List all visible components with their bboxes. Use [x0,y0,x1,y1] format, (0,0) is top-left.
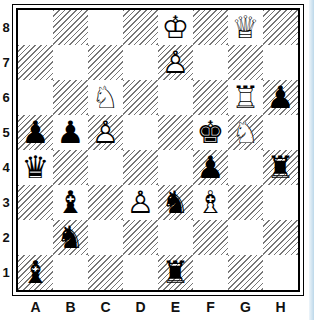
board-frame: ♚♔♛♕♟♙♞♘♜♖♟♟♟♟♙♚♞♘♛♟♜♝♟♙♞♝♗♞♝♜ [12,4,304,296]
square-c3 [88,185,123,220]
piece-white-pawn: ♟♙ [123,185,158,220]
piece-white-king: ♚♔ [158,10,193,45]
square-a8 [18,10,53,45]
square-g8: ♛♕ [228,10,263,45]
square-g7 [228,45,263,80]
square-d4 [123,150,158,185]
square-b5: ♟ [53,115,88,150]
square-c4 [88,150,123,185]
square-h2 [263,220,298,255]
piece-white-knight: ♞♘ [228,115,263,150]
piece-white-rook: ♜♖ [228,80,263,115]
file-label-c: C [88,299,123,316]
square-f3: ♝♗ [193,185,228,220]
square-b2: ♞ [53,220,88,255]
rank-label-7: 7 [0,45,12,80]
square-d7 [123,45,158,80]
piece-white-bishop: ♝♗ [193,185,228,220]
square-e4 [158,150,193,185]
piece-black-queen: ♛ [18,150,53,185]
rank-label-8: 8 [0,10,12,45]
rank-label-2: 2 [0,220,12,255]
square-h8 [263,10,298,45]
piece-black-pawn: ♟ [53,115,88,150]
square-h1 [263,255,298,290]
file-label-e: E [158,299,193,316]
piece-black-rook: ♜ [263,150,298,185]
square-c1 [88,255,123,290]
square-f7 [193,45,228,80]
file-label-h: H [263,299,298,316]
piece-black-knight: ♞ [158,185,193,220]
square-d2 [123,220,158,255]
square-a7 [18,45,53,80]
piece-white-queen: ♛♕ [228,10,263,45]
square-e6 [158,80,193,115]
square-f1 [193,255,228,290]
square-c8 [88,10,123,45]
square-c6: ♞♘ [88,80,123,115]
square-b3: ♝ [53,185,88,220]
piece-black-bishop: ♝ [18,255,53,290]
square-a4: ♛ [18,150,53,185]
square-d3: ♟♙ [123,185,158,220]
square-e8: ♚♔ [158,10,193,45]
piece-black-bishop: ♝ [53,185,88,220]
square-b7 [53,45,88,80]
square-g4 [228,150,263,185]
file-label-b: B [53,299,88,316]
file-label-f: F [193,299,228,316]
square-g1 [228,255,263,290]
piece-black-pawn: ♟ [18,115,53,150]
square-a3 [18,185,53,220]
square-e3: ♞ [158,185,193,220]
square-f4: ♟ [193,150,228,185]
square-f5: ♚ [193,115,228,150]
square-g2 [228,220,263,255]
square-b8 [53,10,88,45]
piece-black-king: ♚ [193,115,228,150]
piece-black-knight: ♞ [53,220,88,255]
square-e2 [158,220,193,255]
rank-label-3: 3 [0,185,12,220]
rank-label-4: 4 [0,150,12,185]
square-h6: ♟ [263,80,298,115]
square-f8 [193,10,228,45]
square-b1 [53,255,88,290]
square-d1 [123,255,158,290]
square-d8 [123,10,158,45]
square-h5 [263,115,298,150]
file-labels: A B C D E F G H [18,299,298,316]
square-h4: ♜ [263,150,298,185]
page-edge-tint [309,0,314,320]
square-f6 [193,80,228,115]
piece-black-pawn: ♟ [263,80,298,115]
square-f2 [193,220,228,255]
square-a6 [18,80,53,115]
square-e7: ♟♙ [158,45,193,80]
square-g6: ♜♖ [228,80,263,115]
piece-white-knight: ♞♘ [88,80,123,115]
square-e5 [158,115,193,150]
square-g5: ♞♘ [228,115,263,150]
piece-white-pawn: ♟♙ [88,115,123,150]
file-label-g: G [228,299,263,316]
square-a2 [18,220,53,255]
square-a5: ♟ [18,115,53,150]
file-label-d: D [123,299,158,316]
square-e1: ♜ [158,255,193,290]
square-g3 [228,185,263,220]
piece-black-rook: ♜ [158,255,193,290]
square-c2 [88,220,123,255]
square-b4 [53,150,88,185]
square-h3 [263,185,298,220]
square-d5 [123,115,158,150]
chess-board: ♚♔♛♕♟♙♞♘♜♖♟♟♟♟♙♚♞♘♛♟♜♝♟♙♞♝♗♞♝♜ [16,8,300,292]
square-h7 [263,45,298,80]
square-c5: ♟♙ [88,115,123,150]
square-b6 [53,80,88,115]
chess-diagram: 8 7 6 5 4 3 2 1 ♚♔♛♕♟♙♞♘♜♖♟♟♟♟♙♚♞♘♛♟♜♝♟♙… [0,0,314,320]
square-a1: ♝ [18,255,53,290]
piece-white-pawn: ♟♙ [158,45,193,80]
rank-label-1: 1 [0,255,12,290]
square-d6 [123,80,158,115]
rank-label-6: 6 [0,80,12,115]
rank-labels: 8 7 6 5 4 3 2 1 [0,10,12,290]
square-c7 [88,45,123,80]
file-label-a: A [18,299,53,316]
piece-black-pawn: ♟ [193,150,228,185]
rank-label-5: 5 [0,115,12,150]
